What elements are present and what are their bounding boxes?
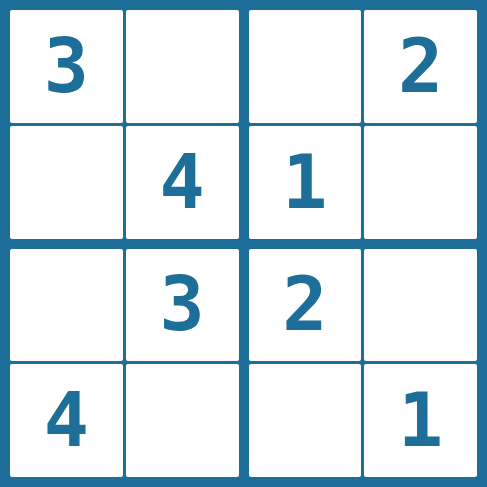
cell-r2c1[interactable] [10,126,123,239]
sudoku-board: 3 2 4 1 3 2 4 1 [0,0,487,487]
cell-r1c1[interactable]: 3 [10,10,123,123]
cell-r1c4[interactable]: 2 [364,10,477,123]
cell-r4c3[interactable] [249,364,362,477]
cell-r3c3[interactable]: 2 [249,249,362,362]
cell-r3c4[interactable] [364,249,477,362]
cell-r1c2[interactable] [126,10,239,123]
cell-r3c1[interactable] [10,249,123,362]
cell-r1c3[interactable] [249,10,362,123]
cell-r4c1[interactable]: 4 [10,364,123,477]
cell-r4c4[interactable]: 1 [364,364,477,477]
cell-r2c4[interactable] [364,126,477,239]
cell-r2c2[interactable]: 4 [126,126,239,239]
cell-r2c3[interactable]: 1 [249,126,362,239]
cell-r3c2[interactable]: 3 [126,249,239,362]
cell-r4c2[interactable] [126,364,239,477]
